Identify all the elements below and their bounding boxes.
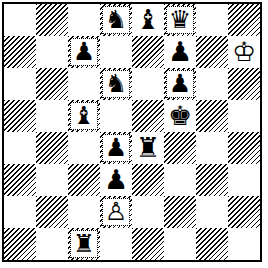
square-h7[interactable]: ♔ [228, 36, 260, 68]
square-e8[interactable]: ♝ [132, 4, 164, 36]
square-c3[interactable] [68, 164, 100, 196]
square-h6[interactable] [228, 68, 260, 100]
square-h1[interactable] [228, 228, 260, 260]
piece-black-rook: ♜ [70, 230, 98, 258]
piece-black-pawn: ♟ [168, 37, 192, 67]
square-b1[interactable] [36, 228, 68, 260]
square-e5[interactable] [132, 100, 164, 132]
piece-black-pawn: ♟ [70, 38, 98, 66]
square-h2[interactable] [228, 196, 260, 228]
piece-black-bishop: ♝ [70, 102, 98, 130]
square-c7[interactable]: ♟ [68, 36, 100, 68]
square-g3[interactable] [196, 164, 228, 196]
square-g4[interactable] [196, 132, 228, 164]
piece-white-pawn: ♙ [102, 198, 130, 226]
square-e7[interactable] [132, 36, 164, 68]
square-c6[interactable] [68, 68, 100, 100]
square-h4[interactable] [228, 132, 260, 164]
square-d4[interactable]: ♟ [100, 132, 132, 164]
square-d1[interactable] [100, 228, 132, 260]
piece-black-queen: ♛ [166, 6, 194, 34]
square-a4[interactable] [4, 132, 36, 164]
square-g8[interactable] [196, 4, 228, 36]
square-h5[interactable] [228, 100, 260, 132]
square-b2[interactable] [36, 196, 68, 228]
square-e4[interactable]: ♜ [132, 132, 164, 164]
square-b6[interactable] [36, 68, 68, 100]
square-g5[interactable] [196, 100, 228, 132]
square-b3[interactable] [36, 164, 68, 196]
square-a1[interactable] [4, 228, 36, 260]
square-g1[interactable] [196, 228, 228, 260]
square-c5[interactable]: ♝ [68, 100, 100, 132]
square-d8[interactable]: ♞ [100, 4, 132, 36]
square-f5[interactable]: ♚ [164, 100, 196, 132]
square-b4[interactable] [36, 132, 68, 164]
square-e1[interactable] [132, 228, 164, 260]
chess-board: ♞♝♛♟♟♔♞♟♝♚♟♜♟♙♜ [4, 4, 260, 260]
square-f3[interactable] [164, 164, 196, 196]
square-c8[interactable] [68, 4, 100, 36]
square-d5[interactable] [100, 100, 132, 132]
square-b5[interactable] [36, 100, 68, 132]
square-a2[interactable] [4, 196, 36, 228]
square-d7[interactable] [100, 36, 132, 68]
square-a8[interactable] [4, 4, 36, 36]
piece-black-rook: ♜ [136, 133, 160, 163]
board-frame: ♞♝♛♟♟♔♞♟♝♚♟♜♟♙♜ [2, 2, 262, 262]
square-h8[interactable] [228, 4, 260, 36]
piece-black-bishop: ♝ [136, 5, 160, 35]
square-c1[interactable]: ♜ [68, 228, 100, 260]
piece-black-knight: ♞ [102, 6, 130, 34]
square-c4[interactable] [68, 132, 100, 164]
square-a5[interactable] [4, 100, 36, 132]
piece-black-pawn: ♟ [102, 134, 130, 162]
piece-black-pawn: ♟ [166, 70, 194, 98]
piece-white-king: ♔ [232, 37, 256, 67]
square-b7[interactable] [36, 36, 68, 68]
square-g7[interactable] [196, 36, 228, 68]
square-a7[interactable] [4, 36, 36, 68]
square-d6[interactable]: ♞ [100, 68, 132, 100]
square-a3[interactable] [4, 164, 36, 196]
square-f4[interactable] [164, 132, 196, 164]
square-g6[interactable] [196, 68, 228, 100]
square-g2[interactable] [196, 196, 228, 228]
piece-black-pawn: ♟ [104, 165, 128, 195]
square-f7[interactable]: ♟ [164, 36, 196, 68]
square-d2[interactable]: ♙ [100, 196, 132, 228]
piece-black-knight: ♞ [102, 70, 130, 98]
piece-black-king: ♚ [168, 101, 192, 131]
square-f2[interactable] [164, 196, 196, 228]
square-f6[interactable]: ♟ [164, 68, 196, 100]
square-d3[interactable]: ♟ [100, 164, 132, 196]
square-f1[interactable] [164, 228, 196, 260]
square-h3[interactable] [228, 164, 260, 196]
square-e2[interactable] [132, 196, 164, 228]
square-e3[interactable] [132, 164, 164, 196]
square-f8[interactable]: ♛ [164, 4, 196, 36]
square-b8[interactable] [36, 4, 68, 36]
square-c2[interactable] [68, 196, 100, 228]
square-e6[interactable] [132, 68, 164, 100]
square-a6[interactable] [4, 68, 36, 100]
